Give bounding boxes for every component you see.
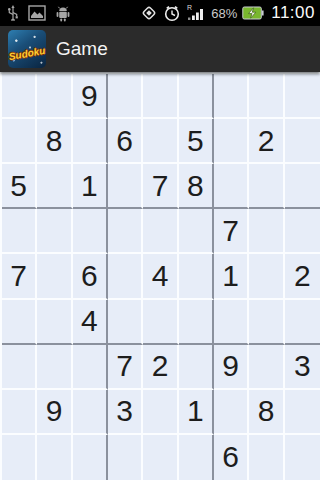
battery-charging-icon <box>242 6 264 20</box>
status-left-icons <box>3 5 71 22</box>
cell-r4c2[interactable] <box>37 209 72 254</box>
cell-r5c7[interactable]: 1 <box>214 254 249 299</box>
cell-r7c8[interactable] <box>249 345 284 390</box>
cell-r9c7[interactable]: 6 <box>214 435 249 480</box>
cell-r3c9[interactable] <box>285 164 320 209</box>
status-bar: R 68% 11:00 <box>0 0 320 26</box>
cell-r4c3[interactable] <box>73 209 108 254</box>
cell-r2c5[interactable] <box>143 119 178 164</box>
cell-r8c8[interactable]: 8 <box>249 390 284 435</box>
cell-r1c7[interactable] <box>214 74 249 119</box>
cell-r2c8[interactable]: 2 <box>249 119 284 164</box>
cell-r3c6[interactable]: 8 <box>179 164 214 209</box>
cell-r4c7[interactable]: 7 <box>214 209 249 254</box>
cell-r3c1[interactable]: 5 <box>2 164 37 209</box>
cell-r1c2[interactable] <box>37 74 72 119</box>
cell-r3c2[interactable] <box>37 164 72 209</box>
cell-r2c6[interactable]: 5 <box>179 119 214 164</box>
cell-r7c3[interactable] <box>73 345 108 390</box>
cell-r5c1[interactable]: 7 <box>2 254 37 299</box>
cell-r3c8[interactable] <box>249 164 284 209</box>
cell-r5c9[interactable]: 2 <box>285 254 320 299</box>
cell-r8c3[interactable] <box>73 390 108 435</box>
cell-r1c4[interactable] <box>108 74 143 119</box>
cell-r1c8[interactable] <box>249 74 284 119</box>
cell-r6c2[interactable] <box>37 300 72 345</box>
cell-r6c4[interactable] <box>108 300 143 345</box>
cell-r5c8[interactable] <box>249 254 284 299</box>
cell-r3c7[interactable] <box>214 164 249 209</box>
cell-r4c5[interactable] <box>143 209 178 254</box>
cell-r2c1[interactable] <box>2 119 37 164</box>
cell-r5c5[interactable]: 4 <box>143 254 178 299</box>
cell-r2c9[interactable] <box>285 119 320 164</box>
cell-r5c6[interactable] <box>179 254 214 299</box>
cell-r3c4[interactable] <box>108 164 143 209</box>
cell-r1c3[interactable]: 9 <box>73 74 108 119</box>
cell-r2c2[interactable]: 8 <box>37 119 72 164</box>
cell-r8c5[interactable] <box>143 390 178 435</box>
cell-r9c6[interactable] <box>179 435 214 480</box>
cell-r7c7[interactable]: 9 <box>214 345 249 390</box>
cell-r8c6[interactable]: 1 <box>179 390 214 435</box>
cell-r9c2[interactable] <box>37 435 72 480</box>
cell-r1c1[interactable] <box>2 74 37 119</box>
cell-r4c6[interactable] <box>179 209 214 254</box>
cell-r1c6[interactable] <box>179 74 214 119</box>
cell-r7c6[interactable] <box>179 345 214 390</box>
cell-r1c9[interactable] <box>285 74 320 119</box>
cell-r5c3[interactable]: 6 <box>73 254 108 299</box>
cell-r9c1[interactable] <box>2 435 37 480</box>
cell-r4c1[interactable] <box>2 209 37 254</box>
signal-roaming-icon: R <box>186 4 206 22</box>
action-bar: Sudoku Game <box>0 26 320 72</box>
cell-r8c7[interactable] <box>214 390 249 435</box>
cell-r6c9[interactable] <box>285 300 320 345</box>
status-right-cluster: R 68% 11:00 <box>140 3 317 23</box>
cell-r7c1[interactable] <box>2 345 37 390</box>
roaming-letter-glyph: R <box>187 4 192 11</box>
cell-r9c9[interactable] <box>285 435 320 480</box>
cell-r4c9[interactable] <box>285 209 320 254</box>
android-debug-icon <box>55 5 71 22</box>
cell-r7c4[interactable]: 7 <box>108 345 143 390</box>
cell-r7c5[interactable]: 2 <box>143 345 178 390</box>
sdcard-icon <box>140 4 158 22</box>
cell-r6c1[interactable] <box>2 300 37 345</box>
cell-r9c4[interactable] <box>108 435 143 480</box>
cell-r7c2[interactable] <box>37 345 72 390</box>
cell-r2c7[interactable] <box>214 119 249 164</box>
usb-icon <box>7 5 19 22</box>
cell-r9c5[interactable] <box>143 435 178 480</box>
cell-r2c3[interactable] <box>73 119 108 164</box>
app-icon-label: Sudoku <box>8 45 46 62</box>
sudoku-board: 9865251787764124729393186 <box>0 72 320 480</box>
page-title: Game <box>56 38 108 60</box>
cell-r8c1[interactable] <box>2 390 37 435</box>
cell-r8c2[interactable]: 9 <box>37 390 72 435</box>
cell-r5c2[interactable] <box>37 254 72 299</box>
alarm-icon <box>163 4 181 22</box>
cell-r6c8[interactable] <box>249 300 284 345</box>
cell-r9c8[interactable] <box>249 435 284 480</box>
cell-r6c6[interactable] <box>179 300 214 345</box>
cell-r7c9[interactable]: 3 <box>285 345 320 390</box>
cell-r6c3[interactable]: 4 <box>73 300 108 345</box>
cell-r9c3[interactable] <box>73 435 108 480</box>
cell-r5c4[interactable] <box>108 254 143 299</box>
cell-r4c4[interactable] <box>108 209 143 254</box>
cell-r8c4[interactable]: 3 <box>108 390 143 435</box>
cell-r2c4[interactable]: 6 <box>108 119 143 164</box>
cell-r8c9[interactable] <box>285 390 320 435</box>
cell-r3c5[interactable]: 7 <box>143 164 178 209</box>
status-clock: 11:00 <box>269 3 315 23</box>
screenshot-icon <box>28 5 46 21</box>
sudoku-app-icon[interactable]: Sudoku <box>8 30 46 68</box>
cell-r1c5[interactable] <box>143 74 178 119</box>
battery-percent: 68% <box>211 6 237 21</box>
cell-r6c7[interactable] <box>214 300 249 345</box>
cell-r4c8[interactable] <box>249 209 284 254</box>
cell-r3c3[interactable]: 1 <box>73 164 108 209</box>
cell-r6c5[interactable] <box>143 300 178 345</box>
